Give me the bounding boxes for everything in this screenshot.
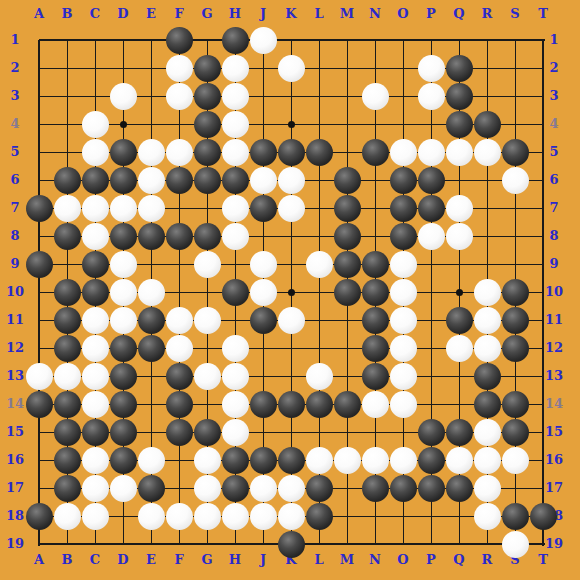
white-stone-h13[interactable] <box>222 363 249 390</box>
white-stone-o11[interactable] <box>390 307 417 334</box>
col-label-top-b: B <box>57 6 77 22</box>
row-label-left-12: 12 <box>2 340 28 356</box>
col-label-bottom-f: F <box>169 552 189 568</box>
black-stone-h16[interactable] <box>222 447 249 474</box>
black-stone-n17[interactable] <box>362 475 389 502</box>
white-stone-p3[interactable] <box>418 83 445 110</box>
white-stone-e16[interactable] <box>138 447 165 474</box>
black-stone-b15[interactable] <box>54 419 81 446</box>
white-stone-o5[interactable] <box>390 139 417 166</box>
row-label-right-5: 5 <box>541 144 567 160</box>
black-stone-a7[interactable] <box>26 195 53 222</box>
col-label-top-m: M <box>337 6 357 22</box>
col-label-bottom-h: H <box>225 552 245 568</box>
white-stone-g13[interactable] <box>194 363 221 390</box>
white-stone-o13[interactable] <box>390 363 417 390</box>
black-stone-p17[interactable] <box>418 475 445 502</box>
col-label-bottom-d: D <box>113 552 133 568</box>
grid-horizontal-line-1 <box>39 39 545 41</box>
white-stone-j17[interactable] <box>250 475 277 502</box>
black-stone-c9[interactable] <box>82 251 109 278</box>
row-label-left-6: 6 <box>2 172 28 188</box>
white-stone-e10[interactable] <box>138 279 165 306</box>
black-stone-c6[interactable] <box>82 167 109 194</box>
black-stone-g8[interactable] <box>194 223 221 250</box>
white-stone-p2[interactable] <box>418 55 445 82</box>
white-stone-h2[interactable] <box>222 55 249 82</box>
white-stone-c18[interactable] <box>82 503 109 530</box>
white-stone-h5[interactable] <box>222 139 249 166</box>
white-stone-r11[interactable] <box>474 307 501 334</box>
col-label-top-o: O <box>393 6 413 22</box>
white-stone-s6[interactable] <box>502 167 529 194</box>
col-label-bottom-o: O <box>393 552 413 568</box>
white-stone-h14[interactable] <box>222 391 249 418</box>
white-stone-e18[interactable] <box>138 503 165 530</box>
col-label-bottom-r: R <box>477 552 497 568</box>
white-stone-c16[interactable] <box>82 447 109 474</box>
black-stone-n5[interactable] <box>362 139 389 166</box>
row-label-right-10: 10 <box>541 284 567 300</box>
black-stone-m9[interactable] <box>334 251 361 278</box>
white-stone-d10[interactable] <box>110 279 137 306</box>
black-stone-f13[interactable] <box>166 363 193 390</box>
white-stone-h4[interactable] <box>222 111 249 138</box>
black-stone-f1[interactable] <box>166 27 193 54</box>
white-stone-g18[interactable] <box>194 503 221 530</box>
white-stone-j18[interactable] <box>250 503 277 530</box>
white-stone-o9[interactable] <box>390 251 417 278</box>
black-stone-m14[interactable] <box>334 391 361 418</box>
black-stone-h6[interactable] <box>222 167 249 194</box>
go-board[interactable]: AA11BB22CC33DD44EE55FF66GG77HH88JJ99KK10… <box>0 0 580 580</box>
white-stone-e5[interactable] <box>138 139 165 166</box>
col-label-top-p: P <box>421 6 441 22</box>
white-stone-g11[interactable] <box>194 307 221 334</box>
col-label-top-e: E <box>141 6 161 22</box>
black-stone-p16[interactable] <box>418 447 445 474</box>
black-stone-f14[interactable] <box>166 391 193 418</box>
white-stone-d9[interactable] <box>110 251 137 278</box>
col-label-top-h: H <box>225 6 245 22</box>
white-stone-k17[interactable] <box>278 475 305 502</box>
row-label-left-11: 11 <box>2 312 28 328</box>
white-stone-p8[interactable] <box>418 223 445 250</box>
col-label-top-r: R <box>477 6 497 22</box>
row-label-left-13: 13 <box>2 368 28 384</box>
col-label-top-k: K <box>281 6 301 22</box>
col-label-top-l: L <box>309 6 329 22</box>
white-stone-n3[interactable] <box>362 83 389 110</box>
col-label-top-a: A <box>29 6 49 22</box>
white-stone-o10[interactable] <box>390 279 417 306</box>
star-point-q10 <box>456 289 463 296</box>
col-label-top-c: C <box>85 6 105 22</box>
black-stone-q3[interactable] <box>446 83 473 110</box>
row-label-right-11: 11 <box>541 312 567 328</box>
white-stone-l9[interactable] <box>306 251 333 278</box>
black-stone-h17[interactable] <box>222 475 249 502</box>
row-label-left-18: 18 <box>2 508 28 524</box>
grid-vertical-line-a <box>38 40 40 546</box>
row-label-left-16: 16 <box>2 452 28 468</box>
black-stone-r14[interactable] <box>474 391 501 418</box>
col-label-bottom-c: C <box>85 552 105 568</box>
black-stone-s12[interactable] <box>502 335 529 362</box>
black-stone-k19[interactable] <box>278 531 305 558</box>
black-stone-c10[interactable] <box>82 279 109 306</box>
black-stone-g15[interactable] <box>194 419 221 446</box>
white-stone-q8[interactable] <box>446 223 473 250</box>
row-label-right-14: 14 <box>541 396 567 412</box>
white-stone-c14[interactable] <box>82 391 109 418</box>
black-stone-o17[interactable] <box>390 475 417 502</box>
black-stone-k14[interactable] <box>278 391 305 418</box>
row-label-left-4: 4 <box>2 116 28 132</box>
col-label-bottom-m: M <box>337 552 357 568</box>
col-label-top-f: F <box>169 6 189 22</box>
black-stone-g5[interactable] <box>194 139 221 166</box>
white-stone-h18[interactable] <box>222 503 249 530</box>
black-stone-e11[interactable] <box>138 307 165 334</box>
black-stone-e17[interactable] <box>138 475 165 502</box>
black-stone-g6[interactable] <box>194 167 221 194</box>
black-stone-b6[interactable] <box>54 167 81 194</box>
white-stone-f18[interactable] <box>166 503 193 530</box>
white-stone-d11[interactable] <box>110 307 137 334</box>
col-label-top-t: T <box>533 6 553 22</box>
white-stone-r17[interactable] <box>474 475 501 502</box>
col-label-bottom-n: N <box>365 552 385 568</box>
row-label-right-8: 8 <box>541 228 567 244</box>
black-stone-o7[interactable] <box>390 195 417 222</box>
black-stone-b8[interactable] <box>54 223 81 250</box>
white-stone-c4[interactable] <box>82 111 109 138</box>
white-stone-h7[interactable] <box>222 195 249 222</box>
white-stone-b18[interactable] <box>54 503 81 530</box>
row-label-right-3: 3 <box>541 88 567 104</box>
black-stone-q11[interactable] <box>446 307 473 334</box>
white-stone-o12[interactable] <box>390 335 417 362</box>
row-label-left-14: 14 <box>2 396 28 412</box>
white-stone-r12[interactable] <box>474 335 501 362</box>
white-stone-c13[interactable] <box>82 363 109 390</box>
row-label-right-17: 17 <box>541 480 567 496</box>
row-label-right-1: 1 <box>541 32 567 48</box>
white-stone-g9[interactable] <box>194 251 221 278</box>
white-stone-q16[interactable] <box>446 447 473 474</box>
col-label-top-q: Q <box>449 6 469 22</box>
black-stone-h1[interactable] <box>222 27 249 54</box>
star-point-k4 <box>288 121 295 128</box>
row-label-right-13: 13 <box>541 368 567 384</box>
white-stone-c11[interactable] <box>82 307 109 334</box>
white-stone-d17[interactable] <box>110 475 137 502</box>
black-stone-b16[interactable] <box>54 447 81 474</box>
black-stone-f6[interactable] <box>166 167 193 194</box>
white-stone-g17[interactable] <box>194 475 221 502</box>
black-stone-d8[interactable] <box>110 223 137 250</box>
white-stone-c8[interactable] <box>82 223 109 250</box>
white-stone-q7[interactable] <box>446 195 473 222</box>
black-stone-p7[interactable] <box>418 195 445 222</box>
white-stone-c17[interactable] <box>82 475 109 502</box>
black-stone-g3[interactable] <box>194 83 221 110</box>
black-stone-l14[interactable] <box>306 391 333 418</box>
white-stone-o14[interactable] <box>390 391 417 418</box>
row-label-left-10: 10 <box>2 284 28 300</box>
black-stone-g4[interactable] <box>194 111 221 138</box>
white-stone-p5[interactable] <box>418 139 445 166</box>
row-label-left-3: 3 <box>2 88 28 104</box>
white-stone-j1[interactable] <box>250 27 277 54</box>
black-stone-t18[interactable] <box>530 503 557 530</box>
row-label-left-1: 1 <box>2 32 28 48</box>
white-stone-s19[interactable] <box>502 531 529 558</box>
white-stone-r18[interactable] <box>474 503 501 530</box>
black-stone-b11[interactable] <box>54 307 81 334</box>
black-stone-s10[interactable] <box>502 279 529 306</box>
white-stone-f3[interactable] <box>166 83 193 110</box>
row-label-left-19: 19 <box>2 536 28 552</box>
black-stone-a14[interactable] <box>26 391 53 418</box>
white-stone-h8[interactable] <box>222 223 249 250</box>
white-stone-r10[interactable] <box>474 279 501 306</box>
black-stone-l17[interactable] <box>306 475 333 502</box>
white-stone-k11[interactable] <box>278 307 305 334</box>
col-label-top-d: D <box>113 6 133 22</box>
black-stone-n11[interactable] <box>362 307 389 334</box>
black-stone-b10[interactable] <box>54 279 81 306</box>
black-stone-q4[interactable] <box>446 111 473 138</box>
white-stone-f2[interactable] <box>166 55 193 82</box>
black-stone-s5[interactable] <box>502 139 529 166</box>
black-stone-j7[interactable] <box>250 195 277 222</box>
white-stone-n14[interactable] <box>362 391 389 418</box>
black-stone-o6[interactable] <box>390 167 417 194</box>
white-stone-h3[interactable] <box>222 83 249 110</box>
row-label-left-8: 8 <box>2 228 28 244</box>
black-stone-b12[interactable] <box>54 335 81 362</box>
row-label-right-4: 4 <box>541 116 567 132</box>
white-stone-e7[interactable] <box>138 195 165 222</box>
white-stone-r15[interactable] <box>474 419 501 446</box>
white-stone-d3[interactable] <box>110 83 137 110</box>
row-label-left-9: 9 <box>2 256 28 272</box>
row-label-right-19: 19 <box>541 536 567 552</box>
black-stone-d12[interactable] <box>110 335 137 362</box>
row-label-right-2: 2 <box>541 60 567 76</box>
black-stone-d6[interactable] <box>110 167 137 194</box>
row-label-right-12: 12 <box>541 340 567 356</box>
white-stone-l13[interactable] <box>306 363 333 390</box>
col-label-bottom-e: E <box>141 552 161 568</box>
black-stone-d16[interactable] <box>110 447 137 474</box>
row-label-left-7: 7 <box>2 200 28 216</box>
black-stone-m6[interactable] <box>334 167 361 194</box>
black-stone-s11[interactable] <box>502 307 529 334</box>
black-stone-e12[interactable] <box>138 335 165 362</box>
col-label-bottom-a: A <box>29 552 49 568</box>
white-stone-l16[interactable] <box>306 447 333 474</box>
white-stone-q12[interactable] <box>446 335 473 362</box>
white-stone-m16[interactable] <box>334 447 361 474</box>
white-stone-e6[interactable] <box>138 167 165 194</box>
white-stone-j6[interactable] <box>250 167 277 194</box>
col-label-top-s: S <box>505 6 525 22</box>
white-stone-k2[interactable] <box>278 55 305 82</box>
white-stone-a13[interactable] <box>26 363 53 390</box>
row-label-left-17: 17 <box>2 480 28 496</box>
row-label-right-7: 7 <box>541 200 567 216</box>
black-stone-m8[interactable] <box>334 223 361 250</box>
black-stone-c15[interactable] <box>82 419 109 446</box>
black-stone-m10[interactable] <box>334 279 361 306</box>
black-stone-n9[interactable] <box>362 251 389 278</box>
black-stone-f8[interactable] <box>166 223 193 250</box>
col-label-bottom-t: T <box>533 552 553 568</box>
black-stone-n13[interactable] <box>362 363 389 390</box>
black-stone-j5[interactable] <box>250 139 277 166</box>
black-stone-d14[interactable] <box>110 391 137 418</box>
white-stone-s16[interactable] <box>502 447 529 474</box>
black-stone-s14[interactable] <box>502 391 529 418</box>
row-label-right-16: 16 <box>541 452 567 468</box>
white-stone-f5[interactable] <box>166 139 193 166</box>
black-stone-b14[interactable] <box>54 391 81 418</box>
black-stone-n10[interactable] <box>362 279 389 306</box>
black-stone-d13[interactable] <box>110 363 137 390</box>
col-label-top-j: J <box>253 6 273 22</box>
black-stone-p15[interactable] <box>418 419 445 446</box>
col-label-bottom-b: B <box>57 552 77 568</box>
white-stone-b7[interactable] <box>54 195 81 222</box>
black-stone-s15[interactable] <box>502 419 529 446</box>
white-stone-h15[interactable] <box>222 419 249 446</box>
white-stone-k7[interactable] <box>278 195 305 222</box>
black-stone-q17[interactable] <box>446 475 473 502</box>
white-stone-b13[interactable] <box>54 363 81 390</box>
black-stone-g2[interactable] <box>194 55 221 82</box>
black-stone-j11[interactable] <box>250 307 277 334</box>
white-stone-j10[interactable] <box>250 279 277 306</box>
star-point-d4 <box>120 121 127 128</box>
white-stone-r5[interactable] <box>474 139 501 166</box>
white-stone-f12[interactable] <box>166 335 193 362</box>
white-stone-c12[interactable] <box>82 335 109 362</box>
white-stone-k6[interactable] <box>278 167 305 194</box>
black-stone-e8[interactable] <box>138 223 165 250</box>
white-stone-h12[interactable] <box>222 335 249 362</box>
col-label-bottom-j: J <box>253 552 273 568</box>
col-label-bottom-p: P <box>421 552 441 568</box>
white-stone-k18[interactable] <box>278 503 305 530</box>
black-stone-o8[interactable] <box>390 223 417 250</box>
white-stone-n16[interactable] <box>362 447 389 474</box>
black-stone-f15[interactable] <box>166 419 193 446</box>
white-stone-f11[interactable] <box>166 307 193 334</box>
col-label-bottom-l: L <box>309 552 329 568</box>
black-stone-a18[interactable] <box>26 503 53 530</box>
black-stone-r13[interactable] <box>474 363 501 390</box>
row-label-right-6: 6 <box>541 172 567 188</box>
white-stone-q5[interactable] <box>446 139 473 166</box>
black-stone-j16[interactable] <box>250 447 277 474</box>
black-stone-l18[interactable] <box>306 503 333 530</box>
black-stone-p6[interactable] <box>418 167 445 194</box>
white-stone-c5[interactable] <box>82 139 109 166</box>
row-label-left-2: 2 <box>2 60 28 76</box>
black-stone-k16[interactable] <box>278 447 305 474</box>
black-stone-s18[interactable] <box>502 503 529 530</box>
black-stone-k5[interactable] <box>278 139 305 166</box>
col-label-top-g: G <box>197 6 217 22</box>
white-stone-g16[interactable] <box>194 447 221 474</box>
row-label-left-5: 5 <box>2 144 28 160</box>
black-stone-m7[interactable] <box>334 195 361 222</box>
col-label-top-n: N <box>365 6 385 22</box>
black-stone-d15[interactable] <box>110 419 137 446</box>
white-stone-o16[interactable] <box>390 447 417 474</box>
black-stone-h10[interactable] <box>222 279 249 306</box>
white-stone-c7[interactable] <box>82 195 109 222</box>
row-label-right-9: 9 <box>541 256 567 272</box>
black-stone-d5[interactable] <box>110 139 137 166</box>
col-label-bottom-q: Q <box>449 552 469 568</box>
black-stone-j14[interactable] <box>250 391 277 418</box>
black-stone-a9[interactable] <box>26 251 53 278</box>
row-label-left-15: 15 <box>2 424 28 440</box>
black-stone-q15[interactable] <box>446 419 473 446</box>
black-stone-b17[interactable] <box>54 475 81 502</box>
white-stone-j9[interactable] <box>250 251 277 278</box>
col-label-bottom-g: G <box>197 552 217 568</box>
white-stone-r16[interactable] <box>474 447 501 474</box>
black-stone-r4[interactable] <box>474 111 501 138</box>
black-stone-l5[interactable] <box>306 139 333 166</box>
row-label-right-15: 15 <box>541 424 567 440</box>
black-stone-n12[interactable] <box>362 335 389 362</box>
white-stone-d7[interactable] <box>110 195 137 222</box>
black-stone-q2[interactable] <box>446 55 473 82</box>
star-point-k10 <box>288 289 295 296</box>
